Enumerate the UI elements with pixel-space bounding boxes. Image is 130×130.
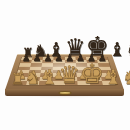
square-g1 <box>89 81 102 85</box>
square-c1 <box>39 81 52 85</box>
square-d1 <box>52 81 65 85</box>
piece-white-knight: ♞ <box>122 69 130 87</box>
board-front-edge <box>5 89 124 96</box>
chessboard-frame <box>5 54 124 90</box>
piece-cell: ♞ <box>122 68 130 86</box>
square-h1 <box>102 81 116 85</box>
square-a1 <box>13 81 27 85</box>
rank-8-pieces: ♜♞♝♛♚♝♞♜ <box>22 24 107 58</box>
piece-cell: ♞ <box>126 42 130 58</box>
chess-set-photo: ♜♞♝♛♚♝♞♜♟♟♟♟♟♟♟♟♟♟♟♟♟♟♟♟♜♞♝♛♚♝♞♜ <box>0 0 130 130</box>
piece-black-knight: ♞ <box>126 43 130 59</box>
brass-plaque <box>58 91 71 95</box>
square-e1 <box>65 81 78 85</box>
square-b1 <box>26 81 39 85</box>
chessboard <box>13 57 115 85</box>
square-f1 <box>77 81 90 85</box>
